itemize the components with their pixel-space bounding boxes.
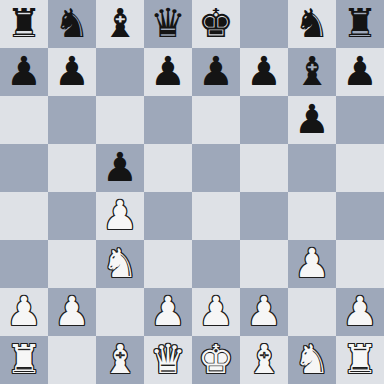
piece-white-pawn: ♟ — [102, 195, 138, 235]
piece-black-pawn: ♟ — [198, 51, 234, 91]
square-h3[interactable] — [336, 240, 384, 288]
square-f5[interactable] — [240, 144, 288, 192]
square-e8[interactable]: ♚ — [192, 0, 240, 48]
square-h7[interactable]: ♟ — [336, 48, 384, 96]
piece-white-pawn: ♟ — [294, 243, 330, 283]
square-f6[interactable] — [240, 96, 288, 144]
square-h4[interactable] — [336, 192, 384, 240]
square-g8[interactable]: ♞ — [288, 0, 336, 48]
piece-white-pawn: ♟ — [6, 291, 42, 331]
square-f4[interactable] — [240, 192, 288, 240]
square-c2[interactable] — [96, 288, 144, 336]
square-e1[interactable]: ♚ — [192, 336, 240, 384]
square-h5[interactable] — [336, 144, 384, 192]
piece-black-pawn: ♟ — [294, 99, 330, 139]
square-a1[interactable]: ♜ — [0, 336, 48, 384]
square-d5[interactable] — [144, 144, 192, 192]
piece-black-rook: ♜ — [342, 3, 378, 43]
square-b5[interactable] — [48, 144, 96, 192]
piece-black-bishop: ♝ — [294, 51, 330, 91]
square-d1[interactable]: ♛ — [144, 336, 192, 384]
square-a5[interactable] — [0, 144, 48, 192]
square-a4[interactable] — [0, 192, 48, 240]
square-g7[interactable]: ♝ — [288, 48, 336, 96]
piece-black-pawn: ♟ — [54, 51, 90, 91]
square-e7[interactable]: ♟ — [192, 48, 240, 96]
square-c4[interactable]: ♟ — [96, 192, 144, 240]
square-d7[interactable]: ♟ — [144, 48, 192, 96]
square-d4[interactable] — [144, 192, 192, 240]
piece-black-queen: ♛ — [150, 3, 186, 43]
square-f3[interactable] — [240, 240, 288, 288]
square-d3[interactable] — [144, 240, 192, 288]
square-a7[interactable]: ♟ — [0, 48, 48, 96]
square-b2[interactable]: ♟ — [48, 288, 96, 336]
square-g5[interactable] — [288, 144, 336, 192]
square-a3[interactable] — [0, 240, 48, 288]
square-b6[interactable] — [48, 96, 96, 144]
square-a8[interactable]: ♜ — [0, 0, 48, 48]
square-b3[interactable] — [48, 240, 96, 288]
piece-white-bishop: ♝ — [102, 339, 138, 379]
piece-black-pawn: ♟ — [102, 147, 138, 187]
square-a6[interactable] — [0, 96, 48, 144]
piece-white-pawn: ♟ — [198, 291, 234, 331]
square-c7[interactable] — [96, 48, 144, 96]
piece-white-rook: ♜ — [342, 339, 378, 379]
square-b1[interactable] — [48, 336, 96, 384]
piece-white-knight: ♞ — [102, 243, 138, 283]
piece-white-knight: ♞ — [294, 339, 330, 379]
square-c5[interactable]: ♟ — [96, 144, 144, 192]
square-e6[interactable] — [192, 96, 240, 144]
square-f7[interactable]: ♟ — [240, 48, 288, 96]
square-h1[interactable]: ♜ — [336, 336, 384, 384]
piece-black-bishop: ♝ — [102, 3, 138, 43]
square-d8[interactable]: ♛ — [144, 0, 192, 48]
piece-black-rook: ♜ — [6, 3, 42, 43]
piece-white-queen: ♛ — [150, 339, 186, 379]
square-f2[interactable]: ♟ — [240, 288, 288, 336]
piece-black-knight: ♞ — [294, 3, 330, 43]
square-d6[interactable] — [144, 96, 192, 144]
square-e4[interactable] — [192, 192, 240, 240]
square-c8[interactable]: ♝ — [96, 0, 144, 48]
square-h6[interactable] — [336, 96, 384, 144]
square-e3[interactable] — [192, 240, 240, 288]
piece-white-pawn: ♟ — [342, 291, 378, 331]
square-h8[interactable]: ♜ — [336, 0, 384, 48]
piece-black-pawn: ♟ — [342, 51, 378, 91]
piece-white-pawn: ♟ — [54, 291, 90, 331]
square-a2[interactable]: ♟ — [0, 288, 48, 336]
piece-black-pawn: ♟ — [150, 51, 186, 91]
piece-white-rook: ♜ — [6, 339, 42, 379]
piece-black-pawn: ♟ — [6, 51, 42, 91]
square-c3[interactable]: ♞ — [96, 240, 144, 288]
square-d2[interactable]: ♟ — [144, 288, 192, 336]
square-e5[interactable] — [192, 144, 240, 192]
square-b7[interactable]: ♟ — [48, 48, 96, 96]
piece-black-pawn: ♟ — [246, 51, 282, 91]
piece-black-king: ♚ — [198, 3, 234, 43]
piece-white-pawn: ♟ — [150, 291, 186, 331]
square-b8[interactable]: ♞ — [48, 0, 96, 48]
square-g1[interactable]: ♞ — [288, 336, 336, 384]
square-g3[interactable]: ♟ — [288, 240, 336, 288]
square-h2[interactable]: ♟ — [336, 288, 384, 336]
square-e2[interactable]: ♟ — [192, 288, 240, 336]
square-g2[interactable] — [288, 288, 336, 336]
piece-white-pawn: ♟ — [246, 291, 282, 331]
square-g4[interactable] — [288, 192, 336, 240]
square-b4[interactable] — [48, 192, 96, 240]
square-f1[interactable]: ♝ — [240, 336, 288, 384]
chess-board: ♜♞♝♛♚♞♜♟♟♟♟♟♝♟♟♟♟♞♟♟♟♟♟♟♟♜♝♛♚♝♞♜ — [0, 0, 384, 384]
square-g6[interactable]: ♟ — [288, 96, 336, 144]
square-f8[interactable] — [240, 0, 288, 48]
piece-white-bishop: ♝ — [246, 339, 282, 379]
square-c6[interactable] — [96, 96, 144, 144]
square-c1[interactable]: ♝ — [96, 336, 144, 384]
piece-white-king: ♚ — [198, 339, 234, 379]
piece-black-knight: ♞ — [54, 3, 90, 43]
